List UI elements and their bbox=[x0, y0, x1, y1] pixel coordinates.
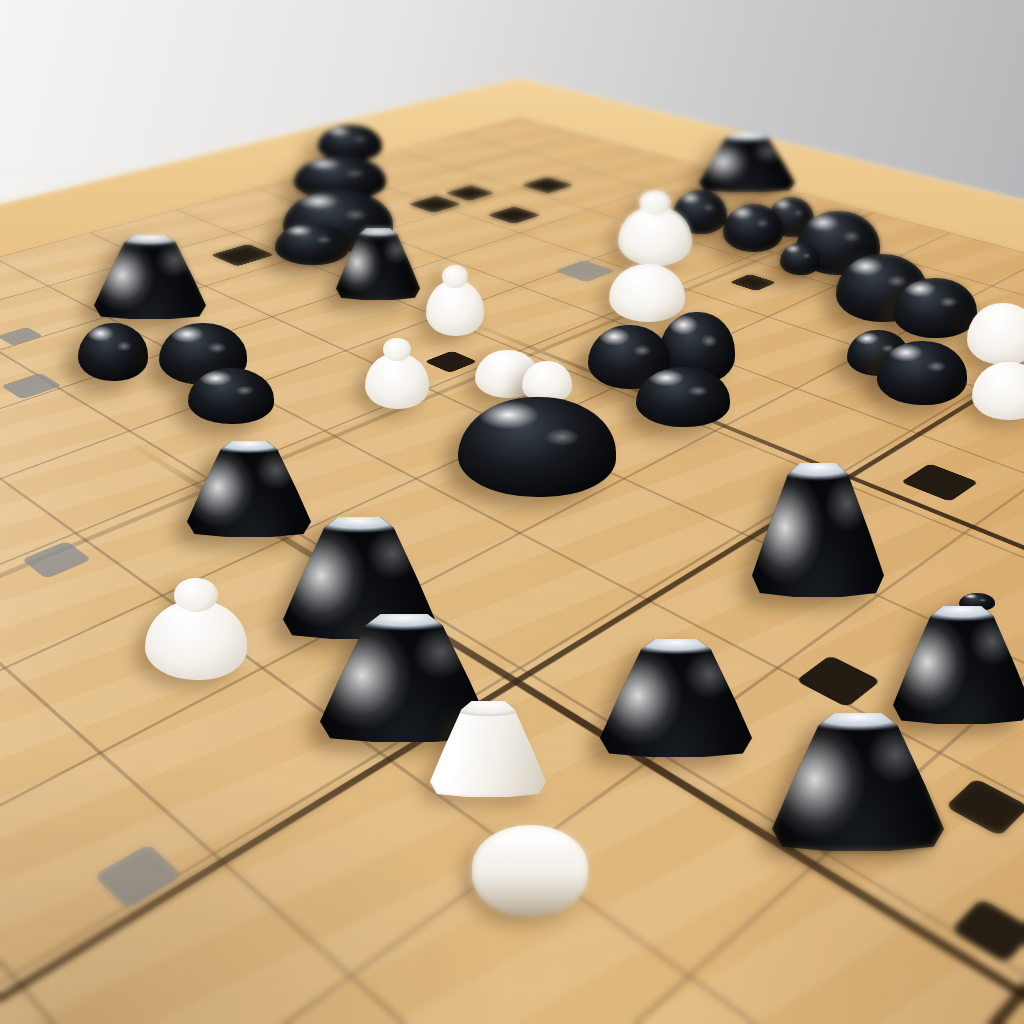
black-stone-body bbox=[458, 397, 616, 497]
black-stone-body bbox=[723, 204, 783, 252]
black-stone-body bbox=[600, 639, 752, 757]
black-cone-stone[interactable] bbox=[600, 639, 752, 757]
white-stone-body bbox=[430, 701, 546, 797]
white-blob-stone[interactable] bbox=[972, 362, 1024, 420]
black-stone-body bbox=[636, 367, 730, 427]
black-blob-stone[interactable] bbox=[188, 368, 274, 424]
white-stone-body bbox=[472, 825, 588, 917]
black-blob-stone[interactable] bbox=[636, 367, 730, 427]
white-pawn-stone[interactable] bbox=[145, 600, 247, 680]
black-cone-stone[interactable] bbox=[752, 463, 884, 597]
black-stone-body bbox=[780, 243, 820, 275]
white-stone-body bbox=[365, 353, 429, 409]
black-stone-body bbox=[699, 134, 795, 192]
black-blob-stone[interactable] bbox=[723, 204, 783, 252]
black-blob-stone[interactable] bbox=[78, 323, 148, 381]
white-stone-body bbox=[426, 280, 484, 336]
white-pawn-stone[interactable] bbox=[365, 353, 429, 409]
go-board-scene bbox=[0, 0, 1024, 1024]
black-blob-stone[interactable] bbox=[458, 397, 616, 497]
black-stone-body bbox=[94, 235, 206, 319]
white-stone-body bbox=[967, 303, 1024, 365]
black-stone-body bbox=[893, 278, 977, 338]
black-stone-body bbox=[893, 606, 1024, 724]
black-stone-body bbox=[336, 228, 420, 300]
white-stone-body bbox=[145, 600, 247, 680]
stones-layer bbox=[0, 0, 1024, 1024]
black-cone-stone[interactable] bbox=[336, 228, 420, 300]
white-pawn-stone[interactable] bbox=[426, 280, 484, 336]
black-blob-stone[interactable] bbox=[877, 341, 967, 405]
black-stone-body bbox=[752, 463, 884, 597]
black-cone-stone[interactable] bbox=[893, 606, 1024, 724]
white-pawn-stone[interactable] bbox=[618, 206, 692, 266]
black-stone-body bbox=[877, 341, 967, 405]
white-disc-stone[interactable] bbox=[472, 825, 588, 917]
black-cone-stone[interactable] bbox=[699, 134, 795, 192]
black-cone-stone[interactable] bbox=[772, 713, 944, 851]
black-stone-body bbox=[78, 323, 148, 381]
white-cone-stone[interactable] bbox=[430, 701, 546, 797]
black-stone-body bbox=[188, 368, 274, 424]
white-stone-body bbox=[972, 362, 1024, 420]
black-stone-body bbox=[772, 713, 944, 851]
black-cone-stone[interactable] bbox=[94, 235, 206, 319]
white-blob-stone[interactable] bbox=[967, 303, 1024, 365]
black-blob-stone[interactable] bbox=[780, 243, 820, 275]
white-stone-body bbox=[618, 206, 692, 266]
black-blob-stone[interactable] bbox=[893, 278, 977, 338]
